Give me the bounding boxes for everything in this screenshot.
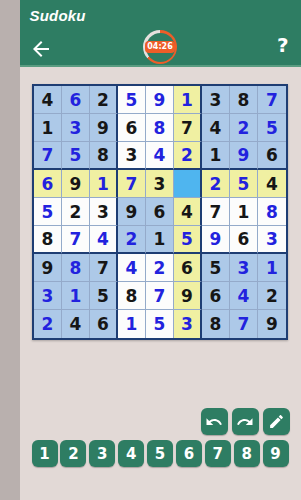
cell-r4c7[interactable]: 2 <box>202 170 230 198</box>
cell-r4c6[interactable] <box>174 170 202 198</box>
page-title: Sudoku <box>30 7 86 24</box>
cell-r4c3[interactable]: 1 <box>90 170 118 198</box>
undo-arrow-icon <box>205 413 223 431</box>
cell-r2c8[interactable]: 2 <box>230 114 258 142</box>
sudoku-app: Sudoku 04:26 ? 4625913871396874257583421… <box>20 0 301 500</box>
cell-r7c2[interactable]: 8 <box>62 254 90 282</box>
cell-r5c5[interactable]: 6 <box>146 198 174 226</box>
back-button[interactable] <box>29 37 53 61</box>
cell-r6c4[interactable]: 2 <box>118 226 146 254</box>
cell-r2c5[interactable]: 8 <box>146 114 174 142</box>
cell-r3c9[interactable]: 6 <box>258 142 286 170</box>
cell-r6c2[interactable]: 7 <box>62 226 90 254</box>
cell-r1c7[interactable]: 3 <box>202 86 230 114</box>
cell-r1c6[interactable]: 1 <box>174 86 202 114</box>
cell-r1c2[interactable]: 6 <box>62 86 90 114</box>
cell-r3c5[interactable]: 4 <box>146 142 174 170</box>
cell-r7c4[interactable]: 4 <box>118 254 146 282</box>
timer-ring-inner: 04:26 <box>146 33 175 62</box>
cell-r5c3[interactable]: 3 <box>90 198 118 226</box>
numpad-button-9[interactable]: 9 <box>263 440 289 467</box>
cell-r8c6[interactable]: 9 <box>174 282 202 310</box>
cell-r1c9[interactable]: 7 <box>258 86 286 114</box>
cell-r8c5[interactable]: 7 <box>146 282 174 310</box>
cell-r5c4[interactable]: 9 <box>118 198 146 226</box>
numpad-button-3[interactable]: 3 <box>89 440 115 467</box>
cell-r3c1[interactable]: 7 <box>34 142 62 170</box>
cell-r3c3[interactable]: 8 <box>90 142 118 170</box>
redo-button[interactable] <box>232 408 259 435</box>
cell-r6c7[interactable]: 9 <box>202 226 230 254</box>
numpad-button-4[interactable]: 4 <box>118 440 144 467</box>
cell-r7c9[interactable]: 1 <box>258 254 286 282</box>
cell-r1c4[interactable]: 5 <box>118 86 146 114</box>
app-bar: Sudoku 04:26 ? <box>20 0 301 67</box>
cell-r8c8[interactable]: 4 <box>230 282 258 310</box>
pencil-icon <box>268 413 285 430</box>
cell-r9c5[interactable]: 5 <box>146 310 174 338</box>
cell-r4c2[interactable]: 9 <box>62 170 90 198</box>
number-pad: 123456789 <box>20 440 301 467</box>
cell-r3c8[interactable]: 9 <box>230 142 258 170</box>
cell-r3c7[interactable]: 1 <box>202 142 230 170</box>
cell-r8c7[interactable]: 6 <box>202 282 230 310</box>
cell-r6c8[interactable]: 6 <box>230 226 258 254</box>
cell-r4c1[interactable]: 6 <box>34 170 62 198</box>
cell-r2c3[interactable]: 9 <box>90 114 118 142</box>
cell-r9c1[interactable]: 2 <box>34 310 62 338</box>
cell-r8c4[interactable]: 8 <box>118 282 146 310</box>
cell-r5c2[interactable]: 2 <box>62 198 90 226</box>
cell-r1c5[interactable]: 9 <box>146 86 174 114</box>
cell-r9c8[interactable]: 7 <box>230 310 258 338</box>
help-button[interactable]: ? <box>277 33 289 57</box>
cell-r5c6[interactable]: 4 <box>174 198 202 226</box>
cell-r5c9[interactable]: 8 <box>258 198 286 226</box>
cell-r5c7[interactable]: 7 <box>202 198 230 226</box>
undo-button[interactable] <box>201 408 228 435</box>
timer-value: 04:26 <box>145 41 174 53</box>
cell-r6c6[interactable]: 5 <box>174 226 202 254</box>
cell-r6c5[interactable]: 1 <box>146 226 174 254</box>
cell-r6c3[interactable]: 4 <box>90 226 118 254</box>
cell-r9c7[interactable]: 8 <box>202 310 230 338</box>
sudoku-board: 4625913871396874257583421966917325452396… <box>32 84 288 340</box>
cell-r2c4[interactable]: 6 <box>118 114 146 142</box>
cell-r2c1[interactable]: 1 <box>34 114 62 142</box>
cell-r7c6[interactable]: 6 <box>174 254 202 282</box>
cell-r1c8[interactable]: 8 <box>230 86 258 114</box>
cell-r4c9[interactable]: 4 <box>258 170 286 198</box>
cell-r8c1[interactable]: 3 <box>34 282 62 310</box>
cell-r3c4[interactable]: 3 <box>118 142 146 170</box>
cell-r4c4[interactable]: 7 <box>118 170 146 198</box>
cell-r2c6[interactable]: 7 <box>174 114 202 142</box>
cell-r4c8[interactable]: 5 <box>230 170 258 198</box>
cell-r9c6[interactable]: 3 <box>174 310 202 338</box>
numpad-button-5[interactable]: 5 <box>147 440 173 467</box>
numpad-button-2[interactable]: 2 <box>60 440 86 467</box>
cell-r7c7[interactable]: 5 <box>202 254 230 282</box>
cell-r8c2[interactable]: 1 <box>62 282 90 310</box>
cell-r9c3[interactable]: 6 <box>90 310 118 338</box>
timer-progress-ring: 04:26 <box>143 30 177 64</box>
numpad-button-8[interactable]: 8 <box>234 440 260 467</box>
redo-arrow-icon <box>236 413 254 431</box>
arrow-left-icon <box>29 37 53 61</box>
numpad-button-1[interactable]: 1 <box>32 440 58 467</box>
cell-r3c6[interactable]: 2 <box>174 142 202 170</box>
cell-r4c5[interactable]: 3 <box>146 170 174 198</box>
cell-r1c1[interactable]: 4 <box>34 86 62 114</box>
numpad-button-6[interactable]: 6 <box>176 440 202 467</box>
cell-r8c3[interactable]: 5 <box>90 282 118 310</box>
numpad-button-7[interactable]: 7 <box>205 440 231 467</box>
cell-r7c5[interactable]: 2 <box>146 254 174 282</box>
cell-r2c7[interactable]: 4 <box>202 114 230 142</box>
pencil-button[interactable] <box>263 408 290 435</box>
cell-r2c9[interactable]: 5 <box>258 114 286 142</box>
cell-r7c3[interactable]: 7 <box>90 254 118 282</box>
cell-r9c4[interactable]: 1 <box>118 310 146 338</box>
cell-r3c2[interactable]: 5 <box>62 142 90 170</box>
cell-r1c3[interactable]: 2 <box>90 86 118 114</box>
cell-r7c1[interactable]: 9 <box>34 254 62 282</box>
cell-r7c8[interactable]: 3 <box>230 254 258 282</box>
cell-r6c1[interactable]: 8 <box>34 226 62 254</box>
cell-r6c9[interactable]: 3 <box>258 226 286 254</box>
cell-r9c9[interactable]: 9 <box>258 310 286 338</box>
cell-r9c2[interactable]: 4 <box>62 310 90 338</box>
cell-r2c2[interactable]: 3 <box>62 114 90 142</box>
cell-r5c1[interactable]: 5 <box>34 198 62 226</box>
action-buttons <box>20 408 301 435</box>
cell-r8c9[interactable]: 2 <box>258 282 286 310</box>
cell-r5c8[interactable]: 1 <box>230 198 258 226</box>
question-mark-icon: ? <box>277 33 289 57</box>
